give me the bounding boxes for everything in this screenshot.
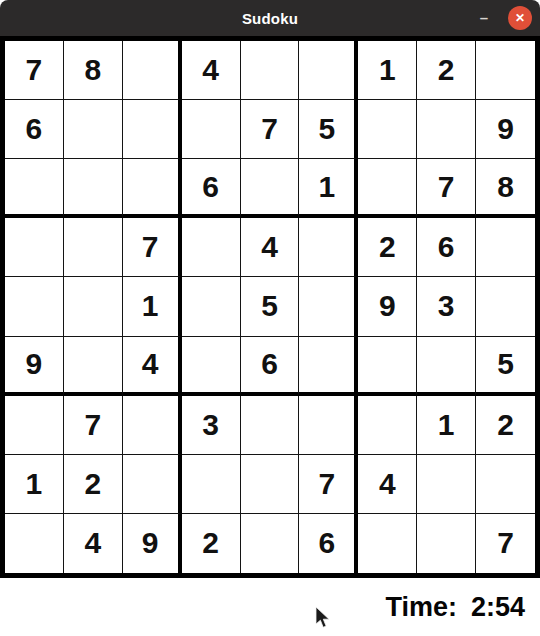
- cell-r6-c1[interactable]: 9: [5, 337, 64, 396]
- window-title: Sudoku: [242, 10, 298, 27]
- cell-r4-c4[interactable]: [182, 218, 241, 277]
- cell-r3-c7[interactable]: [358, 159, 417, 218]
- cell-r8-c1[interactable]: 1: [5, 455, 64, 514]
- cell-r2-c7[interactable]: [358, 100, 417, 159]
- close-icon: ✕: [515, 11, 525, 25]
- cell-r5-c3[interactable]: 1: [123, 277, 182, 336]
- cell-r1-c8[interactable]: 2: [417, 41, 476, 100]
- cell-r2-c6[interactable]: 5: [299, 100, 358, 159]
- cell-r1-c5[interactable]: [241, 41, 300, 100]
- cell-r9-c8[interactable]: [417, 514, 476, 573]
- sudoku-board: 78412675961787426159394657312127449267: [0, 36, 540, 578]
- cell-r3-c1[interactable]: [5, 159, 64, 218]
- cell-r4-c2[interactable]: [64, 218, 123, 277]
- cell-r1-c2[interactable]: 8: [64, 41, 123, 100]
- cell-r9-c7[interactable]: [358, 514, 417, 573]
- cell-r9-c9[interactable]: 7: [476, 514, 535, 573]
- sudoku-window: Sudoku – ✕ 78412675961787426159394657312…: [0, 0, 540, 636]
- close-button[interactable]: ✕: [508, 6, 532, 30]
- cell-r5-c9[interactable]: [476, 277, 535, 336]
- cell-r2-c2[interactable]: [64, 100, 123, 159]
- cell-r7-c6[interactable]: [299, 396, 358, 455]
- cell-r4-c1[interactable]: [5, 218, 64, 277]
- cell-r8-c8[interactable]: [417, 455, 476, 514]
- cell-r9-c4[interactable]: 2: [182, 514, 241, 573]
- cell-r3-c8[interactable]: 7: [417, 159, 476, 218]
- cell-r3-c4[interactable]: 6: [182, 159, 241, 218]
- cell-r2-c4[interactable]: [182, 100, 241, 159]
- cell-r8-c4[interactable]: [182, 455, 241, 514]
- cell-r7-c5[interactable]: [241, 396, 300, 455]
- cell-r7-c1[interactable]: [5, 396, 64, 455]
- cell-r1-c1[interactable]: 7: [5, 41, 64, 100]
- cell-r4-c8[interactable]: 6: [417, 218, 476, 277]
- cell-r4-c9[interactable]: [476, 218, 535, 277]
- cell-r4-c7[interactable]: 2: [358, 218, 417, 277]
- cell-r1-c6[interactable]: [299, 41, 358, 100]
- titlebar[interactable]: Sudoku – ✕: [0, 0, 540, 36]
- cell-r8-c2[interactable]: 2: [64, 455, 123, 514]
- cell-r1-c7[interactable]: 1: [358, 41, 417, 100]
- cell-r3-c6[interactable]: 1: [299, 159, 358, 218]
- cell-r4-c6[interactable]: [299, 218, 358, 277]
- cell-r8-c7[interactable]: 4: [358, 455, 417, 514]
- cell-r8-c5[interactable]: [241, 455, 300, 514]
- cell-r7-c3[interactable]: [123, 396, 182, 455]
- cell-r1-c9[interactable]: [476, 41, 535, 100]
- cell-r7-c8[interactable]: 1: [417, 396, 476, 455]
- cell-r7-c4[interactable]: 3: [182, 396, 241, 455]
- cell-r2-c1[interactable]: 6: [5, 100, 64, 159]
- cell-r6-c4[interactable]: [182, 337, 241, 396]
- status-bar: Time: 2:54: [0, 578, 540, 636]
- cell-r2-c9[interactable]: 9: [476, 100, 535, 159]
- cell-r5-c8[interactable]: 3: [417, 277, 476, 336]
- cell-r2-c8[interactable]: [417, 100, 476, 159]
- cell-r8-c9[interactable]: [476, 455, 535, 514]
- cell-r6-c8[interactable]: [417, 337, 476, 396]
- cell-r5-c2[interactable]: [64, 277, 123, 336]
- cell-r3-c3[interactable]: [123, 159, 182, 218]
- cell-r2-c5[interactable]: 7: [241, 100, 300, 159]
- cell-r4-c3[interactable]: 7: [123, 218, 182, 277]
- time-label: Time:: [385, 592, 457, 623]
- cell-r5-c4[interactable]: [182, 277, 241, 336]
- cell-r6-c6[interactable]: [299, 337, 358, 396]
- cell-r8-c3[interactable]: [123, 455, 182, 514]
- cell-r9-c5[interactable]: [241, 514, 300, 573]
- cell-r5-c5[interactable]: 5: [241, 277, 300, 336]
- cell-r1-c3[interactable]: [123, 41, 182, 100]
- cell-r3-c9[interactable]: 8: [476, 159, 535, 218]
- cell-r5-c1[interactable]: [5, 277, 64, 336]
- cell-r3-c5[interactable]: [241, 159, 300, 218]
- cell-r7-c9[interactable]: 2: [476, 396, 535, 455]
- cell-r6-c9[interactable]: 5: [476, 337, 535, 396]
- cell-r4-c5[interactable]: 4: [241, 218, 300, 277]
- window-controls: – ✕: [474, 0, 532, 36]
- cell-r9-c6[interactable]: 6: [299, 514, 358, 573]
- cell-r8-c6[interactable]: 7: [299, 455, 358, 514]
- minimize-button[interactable]: –: [474, 0, 494, 36]
- cell-r2-c3[interactable]: [123, 100, 182, 159]
- cell-r6-c2[interactable]: [64, 337, 123, 396]
- cell-r3-c2[interactable]: [64, 159, 123, 218]
- cell-r5-c6[interactable]: [299, 277, 358, 336]
- time-value: 2:54: [471, 592, 525, 623]
- cell-r9-c2[interactable]: 4: [64, 514, 123, 573]
- cell-r5-c7[interactable]: 9: [358, 277, 417, 336]
- cell-r6-c5[interactable]: 6: [241, 337, 300, 396]
- cell-r7-c7[interactable]: [358, 396, 417, 455]
- cell-r9-c1[interactable]: [5, 514, 64, 573]
- cell-r6-c3[interactable]: 4: [123, 337, 182, 396]
- cell-r1-c4[interactable]: 4: [182, 41, 241, 100]
- cell-r6-c7[interactable]: [358, 337, 417, 396]
- cell-r7-c2[interactable]: 7: [64, 396, 123, 455]
- cell-r9-c3[interactable]: 9: [123, 514, 182, 573]
